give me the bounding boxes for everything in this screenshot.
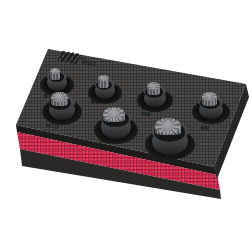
bit-top-center (54, 94, 63, 100)
socket-size-label: M8 (200, 124, 211, 131)
socket-size-label: M5 (90, 98, 101, 105)
bit-top-center (108, 110, 120, 117)
bit-top-center (52, 69, 58, 72)
socket-size-label: M6 (141, 110, 152, 117)
product-photo: ® 2851 M4M5M6M8M10M12M14 (0, 0, 250, 250)
bit-top-center (149, 84, 156, 88)
bit-top-center (100, 76, 106, 80)
